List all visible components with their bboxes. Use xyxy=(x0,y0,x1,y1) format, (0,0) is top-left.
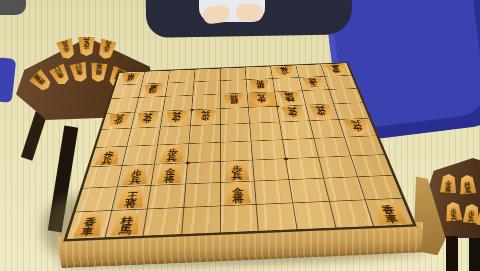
shogi-scene: 歩兵歩兵歩兵飛車角行角行銀将銀将桂馬 香車金将香車飛車銀将玉将銀将歩兵桂馬歩兵歩… xyxy=(0,0,480,271)
piece-kanji: 兵 xyxy=(114,114,125,120)
gote-king-piece[interactable]: 玉将 xyxy=(302,77,325,89)
corner-object xyxy=(0,0,26,15)
square-5-1[interactable] xyxy=(220,67,246,80)
square-4-9[interactable] xyxy=(257,203,298,231)
square-6-1[interactable] xyxy=(194,69,220,83)
sente-lance-piece[interactable]: 香車 xyxy=(72,212,106,237)
piece-kanji: 兵 xyxy=(172,112,182,118)
sente-gold-piece[interactable]: 金将 xyxy=(225,183,252,205)
piece-kanji: 兵 xyxy=(451,215,458,222)
piece-kanji: 将 xyxy=(308,78,318,83)
gote-pawn-piece[interactable]: 歩兵 xyxy=(281,106,305,121)
square-1-2[interactable] xyxy=(325,75,357,89)
right-stand-leg xyxy=(446,236,458,271)
square-1-8[interactable] xyxy=(358,175,402,200)
piece-kanji: 車 xyxy=(126,73,135,77)
square-4-2[interactable]: 銀将 xyxy=(247,79,275,93)
square-1-6[interactable] xyxy=(345,136,384,156)
square-4-3[interactable]: 歩兵 xyxy=(248,92,278,108)
square-8-3[interactable] xyxy=(135,97,166,113)
right-stand-leg xyxy=(469,238,480,271)
square-8-9[interactable]: 桂馬 xyxy=(105,209,148,237)
piece-kanji: 兵 xyxy=(166,155,177,162)
square-3-7[interactable] xyxy=(286,157,324,179)
star-point xyxy=(284,157,289,160)
square-5-7[interactable]: 歩兵 xyxy=(221,160,255,183)
square-4-6[interactable] xyxy=(252,140,286,160)
square-5-5[interactable] xyxy=(221,124,252,143)
piece-kanji: 馬 xyxy=(118,225,132,234)
piece-kanji: 将 xyxy=(229,95,238,100)
piece-kanji: 将 xyxy=(445,187,452,194)
square-8-7[interactable]: 歩兵 xyxy=(117,164,155,187)
square-3-4[interactable]: 歩兵 xyxy=(277,105,309,122)
square-7-2[interactable] xyxy=(166,82,194,97)
sente-gold-piece[interactable]: 金将 xyxy=(156,164,183,184)
piece-kanji: 兵 xyxy=(350,120,362,126)
piece-kanji: 兵 xyxy=(315,106,326,111)
piece-kanji: 馬 xyxy=(284,92,294,97)
square-7-7[interactable]: 金将 xyxy=(152,163,188,186)
square-1-3[interactable] xyxy=(330,89,363,105)
square-6-3[interactable] xyxy=(192,94,220,110)
piece-kanji: 兵 xyxy=(201,111,211,116)
square-3-6[interactable] xyxy=(283,138,319,158)
square-1-1[interactable]: 香車 xyxy=(321,63,351,76)
piece-kanji: 車 xyxy=(384,214,399,223)
square-9-4[interactable]: 歩兵 xyxy=(102,113,136,130)
square-9-7[interactable] xyxy=(83,166,123,189)
piece-kanji: 兵 xyxy=(257,94,266,99)
piece-kanji: 車 xyxy=(149,85,158,90)
square-2-1[interactable] xyxy=(296,64,325,77)
square-6-4[interactable]: 歩兵 xyxy=(191,109,221,126)
piece-kanji: 兵 xyxy=(468,217,475,224)
gote-knight-piece[interactable]: 桂馬 xyxy=(278,92,301,106)
piece-kanji: 将 xyxy=(232,195,244,203)
square-6-7[interactable] xyxy=(186,161,220,184)
square-3-5[interactable] xyxy=(280,121,314,140)
gote-silver-piece[interactable]: 銀将 xyxy=(250,80,271,93)
piece-kanji: 歩 xyxy=(83,43,90,49)
square-9-5[interactable] xyxy=(96,129,131,148)
square-3-2[interactable] xyxy=(273,78,302,92)
sente-pawn-piece[interactable]: 歩兵 xyxy=(159,145,185,163)
square-8-8[interactable]: 王将 xyxy=(112,186,152,211)
square-8-1[interactable] xyxy=(142,71,170,85)
gote-pawn-piece[interactable]: 歩兵 xyxy=(343,120,372,136)
gote-lance-piece[interactable]: 香車 xyxy=(119,72,141,84)
gote-pawn-piece[interactable]: 歩兵 xyxy=(251,93,273,107)
square-8-4[interactable]: 歩兵 xyxy=(131,111,163,128)
square-7-5[interactable] xyxy=(158,126,191,145)
square-5-6[interactable] xyxy=(221,141,254,161)
sente-lance-piece[interactable]: 香車 xyxy=(371,200,408,224)
piece-kanji: 兵 xyxy=(232,172,243,180)
piece-kanji: 将 xyxy=(279,67,288,71)
square-1-9[interactable]: 香車 xyxy=(366,199,413,226)
piece-kanji: 馬 xyxy=(465,188,472,195)
piece-kanji: 兵 xyxy=(143,113,153,119)
square-8-2[interactable]: 飛車 xyxy=(139,83,168,98)
square-8-5[interactable] xyxy=(127,127,161,146)
square-9-3[interactable] xyxy=(107,98,139,114)
square-1-5[interactable]: 歩兵 xyxy=(340,119,377,137)
sente-knight-piece[interactable]: 桂馬 xyxy=(110,211,142,236)
gote-pawn-piece[interactable]: 歩兵 xyxy=(309,105,334,120)
sente-pawn-piece[interactable]: 歩兵 xyxy=(122,165,151,185)
star-point xyxy=(275,105,279,107)
square-6-9[interactable] xyxy=(182,206,220,234)
square-9-6[interactable]: 歩兵 xyxy=(90,146,127,167)
square-3-8[interactable] xyxy=(289,178,329,203)
square-4-7[interactable] xyxy=(253,159,289,181)
square-9-2[interactable] xyxy=(111,84,142,99)
square-5-8[interactable]: 金将 xyxy=(221,181,257,206)
square-6-6[interactable] xyxy=(188,142,221,163)
square-4-8[interactable] xyxy=(255,180,293,205)
square-7-4[interactable]: 歩兵 xyxy=(161,110,192,127)
square-7-3[interactable] xyxy=(164,96,194,112)
square-8-6[interactable] xyxy=(122,145,158,166)
square-7-6[interactable]: 歩兵 xyxy=(155,144,189,165)
square-7-1[interactable] xyxy=(168,70,195,84)
square-5-3[interactable]: 銀将 xyxy=(220,93,248,109)
square-7-9[interactable] xyxy=(144,208,185,236)
square-4-5[interactable] xyxy=(250,122,283,141)
piece-kanji: 行 xyxy=(74,63,82,70)
piece-kanji: 兵 xyxy=(101,157,113,164)
piece-kanji: 車 xyxy=(80,227,95,236)
gote-rook-piece[interactable]: 飛車 xyxy=(142,84,164,97)
piece-kanji: 将 xyxy=(163,175,175,183)
square-4-4[interactable] xyxy=(249,107,280,124)
sente-pawn-piece[interactable]: 歩兵 xyxy=(94,147,122,165)
piece-kanji: 車 xyxy=(330,65,340,69)
square-7-8[interactable] xyxy=(148,184,186,209)
piece-kanji: 将 xyxy=(255,80,264,85)
square-3-9[interactable] xyxy=(293,202,336,230)
piece-kanji: 兵 xyxy=(83,37,90,43)
square-6-2[interactable] xyxy=(193,81,220,96)
square-5-2[interactable] xyxy=(220,80,247,95)
gote-silver-piece[interactable]: 銀将 xyxy=(224,94,245,108)
square-6-8[interactable] xyxy=(184,183,220,208)
gote-pawn-piece[interactable]: 歩兵 xyxy=(135,112,159,127)
piece-kanji: 将 xyxy=(96,63,103,70)
square-5-4[interactable] xyxy=(220,108,250,125)
square-3-1[interactable]: 金将 xyxy=(271,65,299,78)
sente-king-piece[interactable]: 王将 xyxy=(116,187,146,209)
sente-pawn-piece[interactable]: 歩兵 xyxy=(224,161,250,180)
square-1-7[interactable] xyxy=(351,155,392,177)
piece-kanji: 兵 xyxy=(129,177,141,185)
gote-pawn-piece[interactable]: 歩兵 xyxy=(165,111,188,126)
square-3-3[interactable]: 桂馬 xyxy=(275,91,306,107)
gote-pawn-piece[interactable]: 歩兵 xyxy=(194,110,216,125)
square-1-4[interactable] xyxy=(334,103,369,120)
gote-pawn-piece[interactable]: 歩兵 xyxy=(105,113,130,128)
piece-kanji: 将 xyxy=(124,199,137,207)
piece-kanji: 兵 xyxy=(287,107,297,112)
square-4-1[interactable] xyxy=(246,66,273,79)
opponent-right-hand xyxy=(235,3,264,23)
square-6-5[interactable] xyxy=(189,125,220,144)
gote-gold-piece[interactable]: 金将 xyxy=(274,66,295,78)
square-5-9[interactable] xyxy=(221,205,259,233)
gote-lance-piece[interactable]: 香車 xyxy=(324,64,347,75)
